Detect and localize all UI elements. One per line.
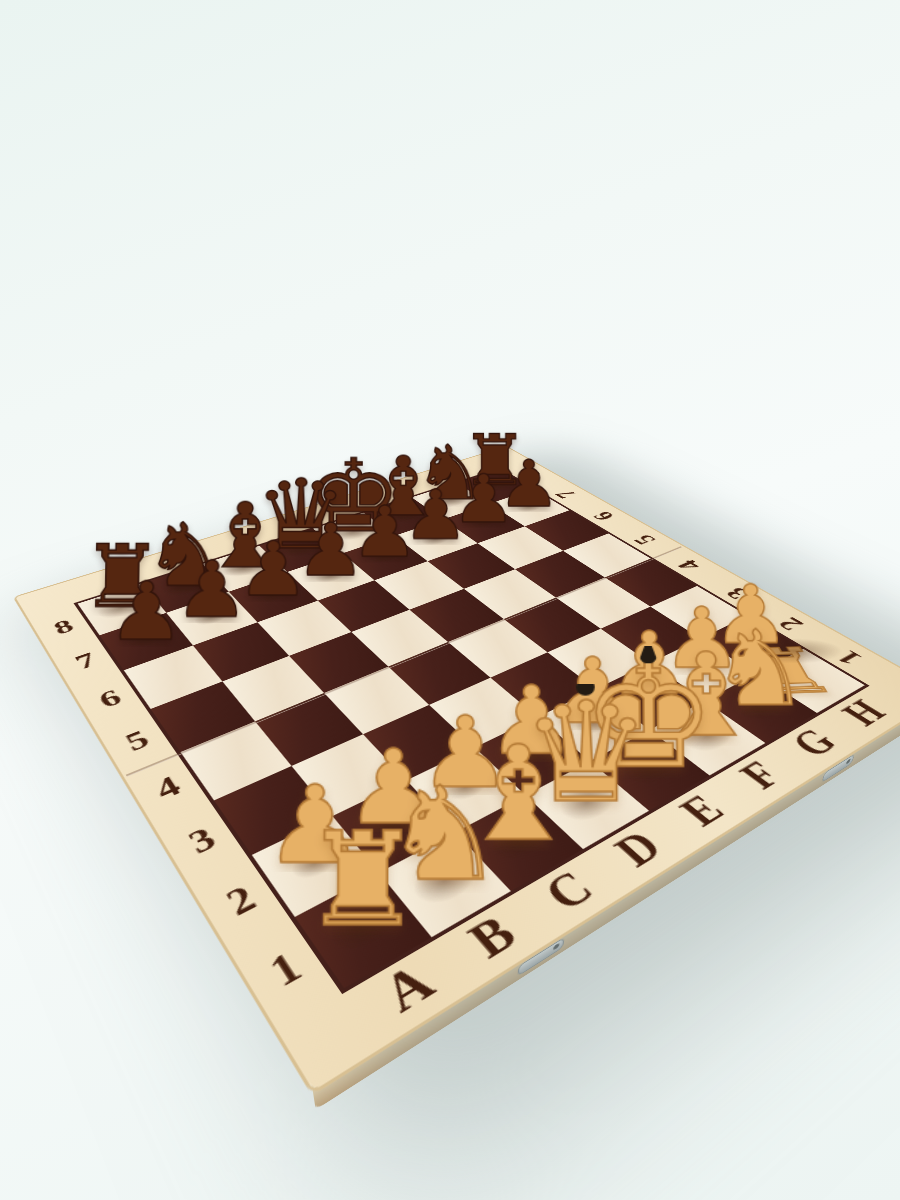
black-cone-finial-icon bbox=[638, 627, 659, 664]
pieces-layer: ♜♞♝♛♚♝♞♜♟♟♟♟♟♟♟♟♜♞♝♛♚♝♞♜♟♟♟♟♟♟♟♟ bbox=[78, 469, 865, 988]
black-ball-finial-icon bbox=[576, 678, 595, 696]
photo-stage: ABCDEFGH 87654321 87654321 ♜♞♝♛♚♝♞♜♟♟♟♟♟… bbox=[0, 0, 900, 1200]
chess-board: ABCDEFGH 87654321 87654321 ♜♞♝♛♚♝♞♜♟♟♟♟♟… bbox=[15, 447, 900, 1091]
backdrop: { "game": "chess", "position": { "fen": … bbox=[0, 0, 900, 1200]
